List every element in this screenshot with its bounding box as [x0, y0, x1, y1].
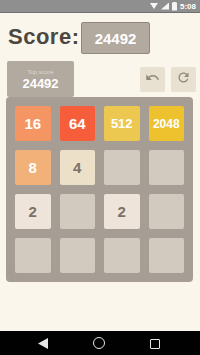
tile-8: 8	[15, 150, 51, 185]
empty-cell	[15, 238, 51, 273]
refresh-icon	[176, 70, 191, 89]
battery-icon	[172, 2, 177, 11]
empty-cell	[60, 238, 96, 273]
top-score-value: 24492	[22, 76, 58, 91]
score-value-box: 24492	[81, 22, 150, 54]
restart-button[interactable]	[171, 67, 196, 92]
empty-cell	[60, 194, 96, 229]
undo-button[interactable]	[140, 67, 165, 92]
empty-cell	[149, 150, 185, 185]
clock-text: 5:08	[180, 0, 196, 13]
tile-2: 2	[104, 194, 140, 229]
tile-512: 512	[104, 106, 140, 141]
android-nav-bar	[0, 331, 200, 355]
back-icon[interactable]	[38, 338, 48, 349]
phone-screen: 5:08 Score: 24492 Top score 24492 166451…	[0, 0, 200, 355]
wifi-icon	[150, 3, 158, 9]
tile-16: 16	[15, 106, 51, 141]
status-bar: 5:08	[0, 0, 200, 13]
top-score-box: Top score 24492	[7, 61, 74, 97]
tile-2048: 2048	[149, 106, 185, 141]
empty-cell	[149, 238, 185, 273]
board-grid[interactable]: 166451220488422	[6, 97, 193, 282]
score-value: 24492	[95, 30, 137, 47]
tile-64: 64	[60, 106, 96, 141]
empty-cell	[104, 238, 140, 273]
recents-icon[interactable]	[150, 339, 160, 349]
empty-cell	[104, 150, 140, 185]
empty-cell	[149, 194, 185, 229]
score-label: Score:	[8, 24, 79, 50]
home-icon[interactable]	[93, 337, 105, 349]
signal-icon	[161, 3, 169, 10]
top-score-label: Top score	[27, 68, 53, 76]
tile-4: 4	[60, 150, 96, 185]
undo-icon	[145, 70, 160, 89]
tile-2: 2	[15, 194, 51, 229]
